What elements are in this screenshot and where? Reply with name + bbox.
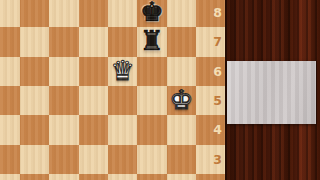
- square-a7[interactable]: [0, 27, 20, 56]
- square-a8[interactable]: [0, 0, 20, 27]
- square-e4[interactable]: [108, 115, 137, 144]
- square-g4[interactable]: [167, 115, 196, 144]
- white-queen[interactable]: ♛: [111, 57, 135, 84]
- square-c6[interactable]: [49, 57, 78, 86]
- square-b3[interactable]: [20, 145, 49, 174]
- square-a5[interactable]: [0, 86, 20, 115]
- square-d5[interactable]: [79, 86, 108, 115]
- gray-card: [227, 61, 316, 124]
- square-h8[interactable]: [196, 0, 225, 27]
- square-f4[interactable]: [137, 115, 166, 144]
- square-h7[interactable]: [196, 27, 225, 56]
- square-h6[interactable]: [196, 57, 225, 86]
- square-g7[interactable]: [167, 27, 196, 56]
- square-b5[interactable]: [20, 86, 49, 115]
- square-a3[interactable]: [0, 145, 20, 174]
- square-e7[interactable]: [108, 27, 137, 56]
- square-b2[interactable]: [20, 174, 49, 180]
- square-b4[interactable]: [20, 115, 49, 144]
- square-f5[interactable]: [137, 86, 166, 115]
- square-g6[interactable]: [167, 57, 196, 86]
- square-g5[interactable]: ♚: [167, 86, 196, 115]
- square-g2[interactable]: [167, 174, 196, 180]
- square-c2[interactable]: [49, 174, 78, 180]
- square-c3[interactable]: [49, 145, 78, 174]
- square-d8[interactable]: [79, 0, 108, 27]
- square-h5[interactable]: [196, 86, 225, 115]
- square-a4[interactable]: [0, 115, 20, 144]
- square-b8[interactable]: [20, 0, 49, 27]
- square-d4[interactable]: [79, 115, 108, 144]
- square-f8[interactable]: ♚: [137, 0, 166, 27]
- video-frame: ♚♜♛♚ 8765432: [0, 0, 320, 180]
- square-g3[interactable]: [167, 145, 196, 174]
- square-e5[interactable]: [108, 86, 137, 115]
- square-h4[interactable]: [196, 115, 225, 144]
- square-f3[interactable]: [137, 145, 166, 174]
- square-e8[interactable]: [108, 0, 137, 27]
- square-e6[interactable]: ♛: [108, 57, 137, 86]
- square-d2[interactable]: [79, 174, 108, 180]
- square-e2[interactable]: [108, 174, 137, 180]
- square-d6[interactable]: [79, 57, 108, 86]
- square-h2[interactable]: [196, 174, 225, 180]
- square-g8[interactable]: [167, 0, 196, 27]
- square-f6[interactable]: [137, 57, 166, 86]
- black-king[interactable]: ♚: [140, 0, 164, 25]
- square-c8[interactable]: [49, 0, 78, 27]
- square-d7[interactable]: [79, 27, 108, 56]
- chess-board[interactable]: ♚♜♛♚: [0, 0, 225, 180]
- square-f7[interactable]: ♜: [137, 27, 166, 56]
- square-d3[interactable]: [79, 145, 108, 174]
- square-b7[interactable]: [20, 27, 49, 56]
- square-c7[interactable]: [49, 27, 78, 56]
- square-c4[interactable]: [49, 115, 78, 144]
- square-a6[interactable]: [0, 57, 20, 86]
- square-e3[interactable]: [108, 145, 137, 174]
- square-h3[interactable]: [196, 145, 225, 174]
- black-rook[interactable]: ♜: [140, 27, 164, 54]
- white-king[interactable]: ♚: [169, 86, 193, 113]
- square-c5[interactable]: [49, 86, 78, 115]
- square-f2[interactable]: [137, 174, 166, 180]
- square-b6[interactable]: [20, 57, 49, 86]
- square-a2[interactable]: [0, 174, 20, 180]
